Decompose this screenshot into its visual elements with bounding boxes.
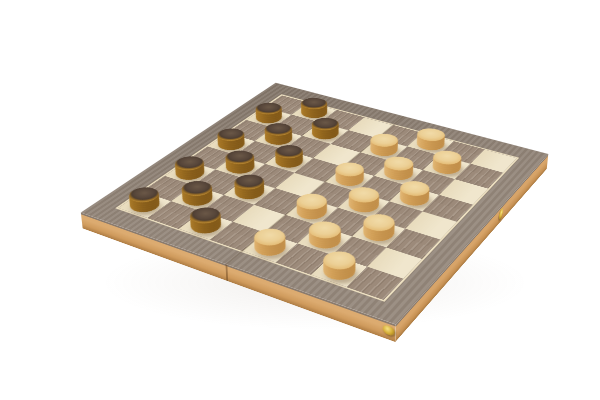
brass-latch-front <box>383 324 395 337</box>
square-r6c3[interactable] <box>224 179 275 205</box>
light-checker-piece[interactable] <box>317 258 361 283</box>
brass-latch-right <box>499 207 504 221</box>
photo-scene <box>0 0 600 400</box>
fold-seam-side <box>225 264 228 281</box>
light-checker-piece[interactable] <box>330 169 368 188</box>
square-r8c1[interactable] <box>118 191 171 218</box>
